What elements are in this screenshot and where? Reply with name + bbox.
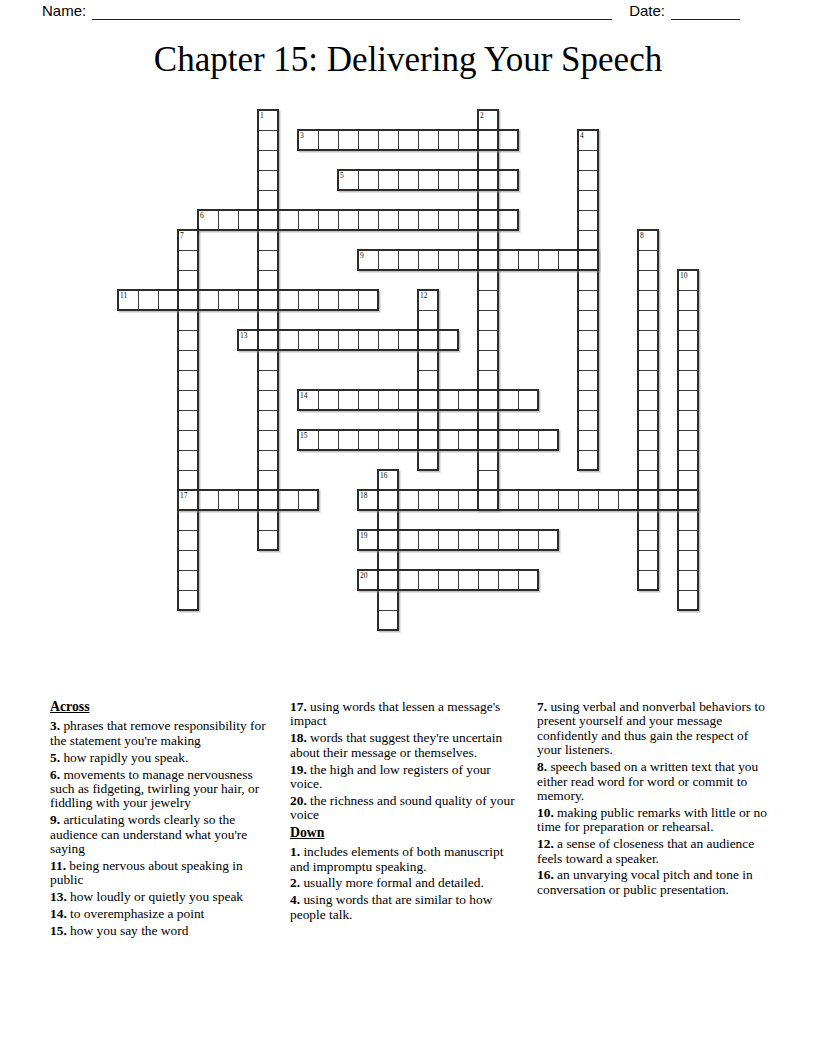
crossword-cell[interactable] (258, 250, 279, 271)
crossword-cell[interactable] (358, 210, 379, 231)
crossword-cell[interactable] (458, 490, 479, 511)
crossword-cell[interactable] (638, 310, 659, 331)
crossword-cell[interactable] (338, 210, 359, 231)
crossword-cell[interactable] (638, 370, 659, 391)
crossword-cell[interactable] (258, 410, 279, 431)
crossword-cell[interactable] (398, 390, 419, 411)
crossword-cell[interactable] (478, 430, 499, 451)
clue-5: 5. how rapidly you speak. (50, 751, 278, 765)
crossword-cell[interactable] (258, 350, 279, 371)
grid-number-20: 20 (360, 572, 368, 580)
grid-number-4: 4 (580, 132, 584, 140)
crossword-cell[interactable] (318, 390, 339, 411)
crossword-cell[interactable] (338, 330, 359, 351)
crossword-cell[interactable] (178, 290, 199, 311)
clue-1: 1. includes elements of both manuscript … (290, 845, 526, 874)
crossword-cell[interactable] (458, 430, 479, 451)
crossword-cell[interactable] (378, 530, 399, 551)
crossword-cell[interactable] (278, 330, 299, 351)
crossword-cell[interactable] (418, 330, 439, 351)
crossword-cell[interactable] (678, 330, 699, 351)
crossword-cell[interactable] (278, 290, 299, 311)
crossword-cell[interactable] (258, 130, 279, 151)
crossword-cell[interactable] (418, 250, 439, 271)
crossword-cell[interactable] (258, 370, 279, 391)
crossword-cell[interactable] (538, 250, 559, 271)
crossword-cell[interactable] (178, 550, 199, 571)
crossword-cell[interactable] (378, 510, 399, 531)
crossword-cell[interactable] (158, 290, 179, 311)
crossword-cell[interactable] (258, 510, 279, 531)
clue-18: 18. words that suggest they're uncertain… (290, 731, 526, 760)
crossword-cell[interactable] (578, 270, 599, 291)
clue-14: 14. to overemphasize a point (50, 907, 278, 921)
crossword-cell[interactable] (678, 470, 699, 491)
crossword-cell[interactable] (678, 450, 699, 471)
crossword-cell[interactable] (378, 430, 399, 451)
crossword-cell[interactable] (678, 510, 699, 531)
crossword-cell[interactable] (418, 170, 439, 191)
crossword-cell[interactable] (258, 310, 279, 331)
crossword-cell[interactable] (338, 290, 359, 311)
crossword-cell[interactable] (198, 290, 219, 311)
crossword-cell[interactable] (398, 570, 419, 591)
crossword-cell[interactable] (258, 150, 279, 171)
crossword-cell[interactable] (218, 490, 239, 511)
crossword-cell[interactable] (658, 490, 679, 511)
crossword-cell[interactable] (678, 350, 699, 371)
crossword-cell[interactable] (518, 490, 539, 511)
crossword-cell[interactable] (378, 130, 399, 151)
crossword-cell[interactable] (178, 510, 199, 531)
clue-section-heading-down: Down (290, 826, 526, 840)
crossword-cell[interactable] (678, 530, 699, 551)
crossword-cell[interactable] (678, 390, 699, 411)
clue-9: 9. articulating words clearly so the aud… (50, 813, 278, 856)
crossword-cell[interactable] (258, 530, 279, 551)
crossword-cell[interactable] (578, 410, 599, 431)
clue-10: 10. making public remarks with little or… (537, 806, 767, 835)
crossword-cell[interactable] (638, 410, 659, 431)
page-title: Chapter 15: Delivering Your Speech (0, 40, 816, 80)
crossword-cell[interactable] (498, 530, 519, 551)
crossword-cell[interactable] (678, 490, 699, 511)
crossword-cell[interactable] (638, 550, 659, 571)
crossword-cell[interactable] (418, 130, 439, 151)
crossword-cell[interactable] (398, 530, 419, 551)
grid-number-1: 1 (260, 112, 264, 120)
crossword-cell[interactable] (458, 170, 479, 191)
crossword-cell[interactable] (378, 590, 399, 611)
crossword-cell[interactable] (518, 250, 539, 271)
grid-number-10: 10 (680, 272, 688, 280)
crossword-cell[interactable] (338, 390, 359, 411)
crossword-cell[interactable] (198, 490, 219, 511)
crossword-cell[interactable] (258, 490, 279, 511)
crossword-cell[interactable] (478, 530, 499, 551)
crossword-cell[interactable] (318, 130, 339, 151)
grid-number-17: 17 (180, 492, 188, 500)
crossword-cell[interactable] (438, 170, 459, 191)
crossword-cell[interactable] (358, 130, 379, 151)
crossword-cell[interactable] (638, 270, 659, 291)
clue-20: 20. the richness and sound quality of yo… (290, 794, 526, 823)
crossword-cell[interactable] (178, 530, 199, 551)
crossword-cell[interactable] (578, 330, 599, 351)
grid-number-6: 6 (200, 212, 204, 220)
clue-2: 2. usually more formal and detailed. (290, 876, 526, 890)
grid-number-9: 9 (360, 252, 364, 260)
crossword-cell[interactable] (478, 230, 499, 251)
crossword-cell[interactable] (218, 210, 239, 231)
crossword-cell[interactable] (398, 130, 419, 151)
crossword-cell[interactable] (638, 330, 659, 351)
crossword-cell[interactable] (178, 370, 199, 391)
crossword-cell[interactable] (458, 250, 479, 271)
crossword-cell[interactable] (498, 390, 519, 411)
name-blank-line (92, 3, 612, 20)
crossword-cell[interactable] (398, 250, 419, 271)
grid-number-13: 13 (240, 332, 248, 340)
clue-16: 16. an unvarying vocal pitch and tone in… (537, 868, 767, 897)
crossword-cell[interactable] (478, 370, 499, 391)
crossword-cell[interactable] (458, 210, 479, 231)
crossword-cell[interactable] (538, 430, 559, 451)
crossword-cell[interactable] (578, 210, 599, 231)
crossword-cell[interactable] (438, 330, 459, 351)
crossword-cell[interactable] (378, 250, 399, 271)
clue-column: 7. using verbal and nonverbal behaviors … (537, 700, 767, 900)
crossword-cell[interactable] (258, 290, 279, 311)
crossword-cell[interactable] (298, 330, 319, 351)
grid-number-15: 15 (300, 432, 308, 440)
crossword-cell[interactable] (378, 330, 399, 351)
clue-19: 19. the high and low registers of your v… (290, 763, 526, 792)
clue-column: 17. using words that lessen a message's … (290, 700, 526, 925)
worksheet-page: Name: Date: Chapter 15: Delivering Your … (0, 0, 816, 1056)
crossword-cell[interactable] (558, 250, 579, 271)
crossword-cell[interactable] (638, 290, 659, 311)
crossword-cell[interactable] (178, 350, 199, 371)
crossword-cell[interactable] (498, 430, 519, 451)
crossword-cell[interactable] (398, 210, 419, 231)
crossword-cell[interactable] (378, 170, 399, 191)
crossword-cell[interactable] (398, 170, 419, 191)
crossword-cell[interactable] (438, 530, 459, 551)
clue-6: 6. movements to manage nervousness such … (50, 768, 278, 811)
crossword-grid: 1234567891011121314151617181920 (118, 110, 699, 631)
crossword-cell[interactable] (178, 310, 199, 331)
crossword-cell[interactable] (458, 130, 479, 151)
crossword-cell[interactable] (518, 570, 539, 591)
crossword-cell[interactable] (178, 470, 199, 491)
crossword-cell[interactable] (478, 410, 499, 431)
clue-7: 7. using verbal and nonverbal behaviors … (537, 700, 767, 758)
crossword-cell[interactable] (578, 190, 599, 211)
grid-number-14: 14 (300, 392, 308, 400)
crossword-cell[interactable] (578, 170, 599, 191)
crossword-cell[interactable] (678, 570, 699, 591)
crossword-cell[interactable] (258, 450, 279, 471)
crossword-cell[interactable] (518, 430, 539, 451)
crossword-cell[interactable] (278, 210, 299, 231)
crossword-cell[interactable] (558, 490, 579, 511)
crossword-cell[interactable] (178, 430, 199, 451)
grid-number-18: 18 (360, 492, 368, 500)
crossword-cell[interactable] (358, 170, 379, 191)
crossword-cell[interactable] (258, 270, 279, 291)
crossword-cell[interactable] (578, 350, 599, 371)
crossword-cell[interactable] (298, 210, 319, 231)
crossword-cell[interactable] (578, 150, 599, 171)
crossword-cell[interactable] (178, 330, 199, 351)
clue-section-heading-across: Across (50, 700, 278, 714)
crossword-cell[interactable] (578, 250, 599, 271)
crossword-cell[interactable] (478, 210, 499, 231)
crossword-cell[interactable] (578, 490, 599, 511)
clue-8: 8. speech based on a written text that y… (537, 760, 767, 803)
crossword-cell[interactable] (458, 390, 479, 411)
crossword-cell[interactable] (578, 430, 599, 451)
grid-number-11: 11 (120, 292, 127, 300)
crossword-cell[interactable] (418, 390, 439, 411)
grid-number-5: 5 (340, 172, 344, 180)
crossword-cell[interactable] (478, 250, 499, 271)
crossword-cell[interactable] (578, 390, 599, 411)
crossword-cell[interactable] (498, 130, 519, 151)
crossword-cell[interactable] (398, 490, 419, 511)
crossword-cell[interactable] (478, 470, 499, 491)
crossword-cell[interactable] (478, 150, 499, 171)
crossword-cell[interactable] (318, 290, 339, 311)
grid-number-3: 3 (300, 132, 304, 140)
crossword-cell[interactable] (258, 210, 279, 231)
date-label: Date: (629, 2, 665, 20)
crossword-cell[interactable] (438, 430, 459, 451)
crossword-cell[interactable] (678, 590, 699, 611)
crossword-cell[interactable] (418, 350, 439, 371)
crossword-cell[interactable] (418, 570, 439, 591)
crossword-cell[interactable] (678, 550, 699, 571)
crossword-cell[interactable] (638, 510, 659, 531)
clue-12: 12. a sense of closeness that an audienc… (537, 837, 767, 866)
crossword-cell[interactable] (258, 170, 279, 191)
grid-number-8: 8 (640, 232, 644, 240)
crossword-cell[interactable] (478, 190, 499, 211)
crossword-cell[interactable] (498, 210, 519, 231)
crossword-cell[interactable] (258, 190, 279, 211)
clue-column: Across3. phrases that remove responsibil… (50, 700, 278, 941)
crossword-cell[interactable] (298, 490, 319, 511)
crossword-cell[interactable] (638, 250, 659, 271)
crossword-cell[interactable] (438, 130, 459, 151)
crossword-cell[interactable] (378, 550, 399, 571)
crossword-cell[interactable] (178, 570, 199, 591)
crossword-cell[interactable] (618, 490, 639, 511)
clue-4: 4. using words that are similar to how p… (290, 893, 526, 922)
clue-11: 11. being nervous about speaking in publ… (50, 859, 278, 888)
crossword-cell[interactable] (498, 490, 519, 511)
crossword-cell[interactable] (678, 430, 699, 451)
crossword-cell[interactable] (318, 430, 339, 451)
crossword-cell[interactable] (458, 530, 479, 551)
crossword-cell[interactable] (398, 330, 419, 351)
crossword-cell[interactable] (578, 450, 599, 471)
crossword-cell[interactable] (638, 390, 659, 411)
grid-number-2: 2 (480, 112, 484, 120)
crossword-cell[interactable] (478, 490, 499, 511)
crossword-cell[interactable] (498, 570, 519, 591)
crossword-cell[interactable] (298, 290, 319, 311)
name-date-row: Name: Date: (42, 2, 740, 20)
crossword-cell[interactable] (358, 430, 379, 451)
crossword-cell[interactable] (638, 350, 659, 371)
crossword-cell[interactable] (278, 490, 299, 511)
crossword-cell[interactable] (178, 270, 199, 291)
crossword-cell[interactable] (478, 450, 499, 471)
grid-number-19: 19 (360, 532, 368, 540)
crossword-cell[interactable] (398, 430, 419, 451)
grid-number-16: 16 (380, 472, 388, 480)
crossword-cell[interactable] (598, 490, 619, 511)
crossword-cell[interactable] (138, 290, 159, 311)
clue-13: 13. how loudly or quietly you speak (50, 890, 278, 904)
crossword-cell[interactable] (478, 310, 499, 331)
clue-3: 3. phrases that remove responsibility fo… (50, 719, 278, 748)
crossword-cell[interactable] (478, 270, 499, 291)
crossword-cell[interactable] (638, 490, 659, 511)
crossword-cell[interactable] (678, 310, 699, 331)
crossword-cell[interactable] (218, 290, 239, 311)
crossword-cell[interactable] (178, 390, 199, 411)
crossword-cell[interactable] (318, 330, 339, 351)
crossword-cell[interactable] (258, 330, 279, 351)
crossword-cell[interactable] (458, 570, 479, 591)
crossword-cell[interactable] (518, 390, 539, 411)
crossword-cell[interactable] (418, 310, 439, 331)
crossword-cell[interactable] (418, 450, 439, 471)
crossword-cell[interactable] (638, 430, 659, 451)
crossword-cell[interactable] (178, 450, 199, 471)
crossword-cell[interactable] (538, 530, 559, 551)
crossword-cell[interactable] (418, 370, 439, 391)
crossword-cell[interactable] (518, 530, 539, 551)
crossword-cell[interactable] (438, 250, 459, 271)
crossword-cell[interactable] (638, 450, 659, 471)
crossword-cell[interactable] (358, 390, 379, 411)
crossword-cell[interactable] (498, 170, 519, 191)
crossword-cell[interactable] (378, 570, 399, 591)
crossword-cell[interactable] (338, 430, 359, 451)
crossword-cell[interactable] (638, 570, 659, 591)
crossword-cell[interactable] (678, 410, 699, 431)
crossword-cell[interactable] (638, 530, 659, 551)
grid-number-7: 7 (180, 232, 184, 240)
crossword-cell[interactable] (438, 490, 459, 511)
crossword-cell[interactable] (318, 210, 339, 231)
crossword-cell[interactable] (358, 290, 379, 311)
crossword-cell[interactable] (178, 250, 199, 271)
crossword-cell[interactable] (438, 570, 459, 591)
crossword-cell[interactable] (478, 170, 499, 191)
crossword-cell[interactable] (418, 410, 439, 431)
crossword-cell[interactable] (438, 210, 459, 231)
crossword-cell[interactable] (478, 390, 499, 411)
crossword-cell[interactable] (258, 230, 279, 251)
crossword-cell[interactable] (478, 290, 499, 311)
crossword-cell[interactable] (478, 330, 499, 351)
clue-15: 15. how you say the word (50, 924, 278, 938)
crossword-cell[interactable] (338, 130, 359, 151)
crossword-cell[interactable] (418, 490, 439, 511)
crossword-cell[interactable] (438, 390, 459, 411)
crossword-cell[interactable] (378, 390, 399, 411)
crossword-cell[interactable] (578, 310, 599, 331)
crossword-cell[interactable] (638, 470, 659, 491)
crossword-cell[interactable] (238, 290, 259, 311)
crossword-cell[interactable] (258, 470, 279, 491)
crossword-cell[interactable] (378, 490, 399, 511)
crossword-cell[interactable] (478, 570, 499, 591)
crossword-cell[interactable] (538, 490, 559, 511)
grid-number-12: 12 (420, 292, 428, 300)
crossword-cell[interactable] (578, 290, 599, 311)
crossword-cell[interactable] (378, 610, 399, 631)
name-label: Name: (42, 2, 86, 20)
crossword-cell[interactable] (238, 490, 259, 511)
crossword-cell[interactable] (418, 430, 439, 451)
crossword-cell[interactable] (678, 290, 699, 311)
crossword-cell[interactable] (478, 130, 499, 151)
crossword-cell[interactable] (578, 230, 599, 251)
crossword-cell[interactable] (418, 530, 439, 551)
crossword-cell[interactable] (358, 330, 379, 351)
crossword-cell[interactable] (498, 250, 519, 271)
crossword-cell[interactable] (678, 370, 699, 391)
crossword-cell[interactable] (238, 210, 259, 231)
crossword-cell[interactable] (178, 410, 199, 431)
crossword-cell[interactable] (578, 370, 599, 391)
crossword-cell[interactable] (378, 210, 399, 231)
crossword-cell[interactable] (178, 590, 199, 611)
crossword-cell[interactable] (478, 350, 499, 371)
clue-17: 17. using words that lessen a message's … (290, 700, 526, 729)
crossword-cell[interactable] (418, 210, 439, 231)
date-blank-line (671, 3, 740, 20)
